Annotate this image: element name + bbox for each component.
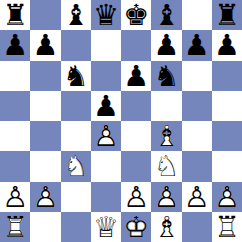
- square-c5[interactable]: [61, 91, 91, 121]
- chess-board: ♜♝♛♚♝♜♟♟♟♟♟♞♟♞♟♟♙♝♗♞♘♞♘♟♙♟♙♟♙♟♙♟♙♟♙♜♖♛♕♚…: [0, 0, 242, 242]
- square-b7[interactable]: ♟: [30, 30, 60, 60]
- black-pawn[interactable]: ♟: [151, 30, 181, 60]
- white-pawn[interactable]: ♟♙: [212, 182, 242, 212]
- black-pawn[interactable]: ♟: [121, 61, 151, 91]
- square-c7[interactable]: [61, 30, 91, 60]
- white-bishop-outline: ♗: [151, 121, 181, 151]
- white-pawn-outline: ♙: [182, 182, 212, 212]
- square-e4[interactable]: [121, 121, 151, 151]
- white-rook[interactable]: ♜♖: [212, 212, 242, 242]
- white-pawn[interactable]: ♟♙: [121, 182, 151, 212]
- white-bishop[interactable]: ♝♗: [151, 121, 181, 151]
- white-rook-outline: ♖: [212, 212, 242, 242]
- square-g2[interactable]: ♟♙: [182, 182, 212, 212]
- square-b6[interactable]: [30, 61, 60, 91]
- black-pawn[interactable]: ♟: [182, 30, 212, 60]
- square-b4[interactable]: [30, 121, 60, 151]
- square-c8[interactable]: ♝: [61, 0, 91, 30]
- white-knight[interactable]: ♞♘: [61, 151, 91, 181]
- square-d3[interactable]: [91, 151, 121, 181]
- black-bishop[interactable]: ♝: [61, 0, 91, 30]
- white-king-outline: ♔: [121, 212, 151, 242]
- square-b1[interactable]: [30, 212, 60, 242]
- white-pawn-outline: ♙: [151, 182, 181, 212]
- square-e8[interactable]: ♚: [121, 0, 151, 30]
- square-h3[interactable]: [212, 151, 242, 181]
- square-g7[interactable]: ♟: [182, 30, 212, 60]
- square-e5[interactable]: [121, 91, 151, 121]
- white-rook-outline: ♖: [0, 212, 30, 242]
- square-a3[interactable]: [0, 151, 30, 181]
- square-a4[interactable]: [0, 121, 30, 151]
- square-c3[interactable]: ♞♘: [61, 151, 91, 181]
- black-pawn[interactable]: ♟: [30, 30, 60, 60]
- square-c6[interactable]: ♞: [61, 61, 91, 91]
- white-pawn[interactable]: ♟♙: [0, 182, 30, 212]
- white-pawn-outline: ♙: [212, 182, 242, 212]
- square-e6[interactable]: ♟: [121, 61, 151, 91]
- square-g6[interactable]: [182, 61, 212, 91]
- square-h5[interactable]: [212, 91, 242, 121]
- white-queen[interactable]: ♛♕: [91, 212, 121, 242]
- white-bishop-outline: ♗: [151, 212, 181, 242]
- black-rook[interactable]: ♜: [0, 0, 30, 30]
- white-queen-outline: ♕: [91, 212, 121, 242]
- square-c2[interactable]: [61, 182, 91, 212]
- white-pawn[interactable]: ♟♙: [30, 182, 60, 212]
- square-g4[interactable]: [182, 121, 212, 151]
- black-pawn[interactable]: ♟: [91, 91, 121, 121]
- square-e7[interactable]: [121, 30, 151, 60]
- square-b8[interactable]: [30, 0, 60, 30]
- square-g1[interactable]: [182, 212, 212, 242]
- square-f6[interactable]: ♞: [151, 61, 181, 91]
- black-pawn[interactable]: ♟: [0, 30, 30, 60]
- square-f3[interactable]: ♞♘: [151, 151, 181, 181]
- square-h1[interactable]: ♜♖: [212, 212, 242, 242]
- square-a8[interactable]: ♜: [0, 0, 30, 30]
- black-rook[interactable]: ♜: [212, 0, 242, 30]
- square-e3[interactable]: [121, 151, 151, 181]
- square-e2[interactable]: ♟♙: [121, 182, 151, 212]
- white-rook[interactable]: ♜♖: [0, 212, 30, 242]
- square-h6[interactable]: [212, 61, 242, 91]
- square-f7[interactable]: ♟: [151, 30, 181, 60]
- black-king[interactable]: ♚: [121, 0, 151, 30]
- square-b5[interactable]: [30, 91, 60, 121]
- square-d8[interactable]: ♛: [91, 0, 121, 30]
- square-b2[interactable]: ♟♙: [30, 182, 60, 212]
- square-h8[interactable]: ♜: [212, 0, 242, 30]
- white-knight[interactable]: ♞♘: [151, 151, 181, 181]
- square-d5[interactable]: ♟: [91, 91, 121, 121]
- square-h7[interactable]: ♟: [212, 30, 242, 60]
- white-pawn[interactable]: ♟♙: [91, 121, 121, 151]
- square-d2[interactable]: [91, 182, 121, 212]
- black-bishop[interactable]: ♝: [151, 0, 181, 30]
- white-knight-outline: ♘: [151, 151, 181, 181]
- square-a2[interactable]: ♟♙: [0, 182, 30, 212]
- square-a1[interactable]: ♜♖: [0, 212, 30, 242]
- square-d1[interactable]: ♛♕: [91, 212, 121, 242]
- square-h4[interactable]: [212, 121, 242, 151]
- square-g3[interactable]: [182, 151, 212, 181]
- square-c1[interactable]: [61, 212, 91, 242]
- square-e1[interactable]: ♚♔: [121, 212, 151, 242]
- black-knight[interactable]: ♞: [151, 61, 181, 91]
- square-g8[interactable]: [182, 0, 212, 30]
- square-d6[interactable]: [91, 61, 121, 91]
- square-f4[interactable]: ♝♗: [151, 121, 181, 151]
- square-a6[interactable]: [0, 61, 30, 91]
- black-queen[interactable]: ♛: [91, 0, 121, 30]
- white-bishop[interactable]: ♝♗: [151, 212, 181, 242]
- square-f1[interactable]: ♝♗: [151, 212, 181, 242]
- square-a7[interactable]: ♟: [0, 30, 30, 60]
- square-d4[interactable]: ♟♙: [91, 121, 121, 151]
- square-c4[interactable]: [61, 121, 91, 151]
- white-knight-outline: ♘: [61, 151, 91, 181]
- square-b3[interactable]: [30, 151, 60, 181]
- black-knight[interactable]: ♞: [61, 61, 91, 91]
- white-pawn-outline: ♙: [91, 121, 121, 151]
- white-pawn-outline: ♙: [30, 182, 60, 212]
- white-pawn[interactable]: ♟♙: [151, 182, 181, 212]
- white-pawn-outline: ♙: [121, 182, 151, 212]
- square-d7[interactable]: [91, 30, 121, 60]
- black-pawn[interactable]: ♟: [212, 30, 242, 60]
- square-f8[interactable]: ♝: [151, 0, 181, 30]
- square-f5[interactable]: [151, 91, 181, 121]
- square-a5[interactable]: [0, 91, 30, 121]
- white-pawn[interactable]: ♟♙: [182, 182, 212, 212]
- white-king[interactable]: ♚♔: [121, 212, 151, 242]
- square-h2[interactable]: ♟♙: [212, 182, 242, 212]
- square-g5[interactable]: [182, 91, 212, 121]
- white-pawn-outline: ♙: [0, 182, 30, 212]
- square-f2[interactable]: ♟♙: [151, 182, 181, 212]
